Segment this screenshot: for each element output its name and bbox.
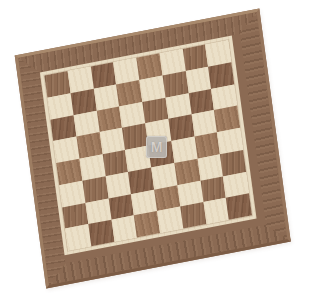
square-h1 [226,193,252,219]
square-c1 [111,216,137,242]
square-a1 [65,224,91,250]
watermark-badge: M [146,136,167,158]
square-e1 [157,207,183,233]
square-f1 [180,202,206,228]
watermark-letter: M [151,140,163,154]
product-photo: M [0,0,313,300]
square-b1 [88,220,114,246]
square-g1 [203,198,229,224]
square-d1 [134,211,160,237]
